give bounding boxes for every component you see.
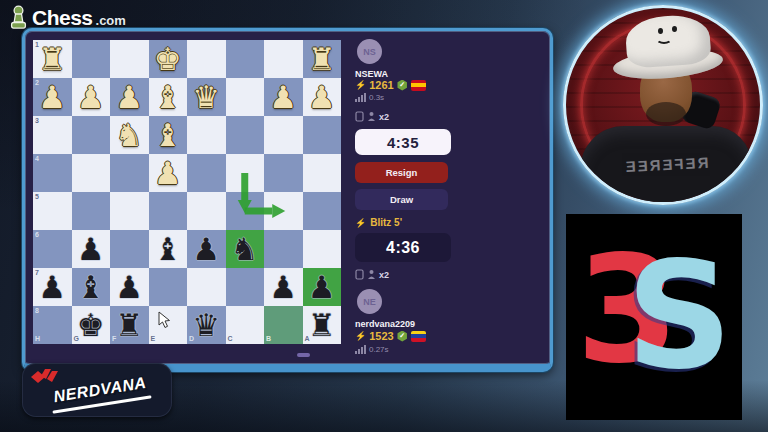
square-g5[interactable] bbox=[72, 192, 111, 230]
piece-white-queen-d2[interactable]: ♛ bbox=[187, 78, 226, 116]
square-c4[interactable] bbox=[226, 154, 265, 192]
square-a7[interactable]: ♟ bbox=[303, 268, 342, 306]
clock-bottom: 4:36 bbox=[355, 233, 451, 262]
file-label-c: C bbox=[228, 335, 233, 343]
square-d6[interactable]: ♟ bbox=[187, 230, 226, 268]
piece-white-king-e1[interactable]: ♚ bbox=[149, 40, 188, 78]
blitz-bolt-icon: ⚡ bbox=[355, 218, 366, 228]
square-b3[interactable] bbox=[264, 116, 303, 154]
square-e4[interactable]: ♟ bbox=[149, 154, 188, 192]
piece-black-bishop-e6[interactable]: ♝ bbox=[149, 230, 188, 268]
square-h6[interactable]: 6 bbox=[33, 230, 72, 268]
bottom-player-rating: 1523 bbox=[369, 330, 393, 342]
square-c1[interactable] bbox=[226, 40, 265, 78]
square-h7[interactable]: 7♟ bbox=[33, 268, 72, 306]
piece-white-bishop-e2[interactable]: ♝ bbox=[149, 78, 188, 116]
square-d1[interactable] bbox=[187, 40, 226, 78]
stream-stage: Chess .com 1♜♚♜2♟♟♟♝♛♟♟3♞♝4♟56♟♝♟♞7♟♝♟♟♟… bbox=[0, 0, 768, 432]
piece-black-knight-c6[interactable]: ♞ bbox=[226, 230, 265, 268]
square-a3[interactable] bbox=[303, 116, 342, 154]
verified-badge-icon: ✓ bbox=[397, 331, 408, 342]
logo-text: Chess bbox=[32, 6, 93, 30]
square-f6[interactable] bbox=[110, 230, 149, 268]
protection-count-bottom: x2 bbox=[379, 270, 389, 280]
square-e2[interactable]: ♝ bbox=[149, 78, 188, 116]
square-h5[interactable]: 5 bbox=[33, 192, 72, 230]
rank-label-5: 5 bbox=[35, 193, 39, 201]
piece-white-knight-f3[interactable]: ♞ bbox=[110, 116, 149, 154]
square-d8[interactable]: D♛ bbox=[187, 306, 226, 344]
square-e6[interactable]: ♝ bbox=[149, 230, 188, 268]
piece-white-pawn-f2[interactable]: ♟ bbox=[110, 78, 149, 116]
square-g6[interactable]: ♟ bbox=[72, 230, 111, 268]
square-b5[interactable] bbox=[264, 192, 303, 230]
piece-white-rook-a1[interactable]: ♜ bbox=[303, 40, 342, 78]
rank-label-6: 6 bbox=[35, 231, 39, 239]
top-player-rating: 1261 bbox=[369, 79, 393, 91]
piece-black-pawn-d6[interactable]: ♟ bbox=[187, 230, 226, 268]
square-f8[interactable]: F♜ bbox=[110, 306, 149, 344]
square-e5[interactable] bbox=[149, 192, 188, 230]
square-c2[interactable] bbox=[226, 78, 265, 116]
bottom-player-latency: 0.27s bbox=[369, 345, 389, 354]
avatar-top-player[interactable]: NS bbox=[357, 39, 382, 64]
spain-flag-icon bbox=[411, 80, 426, 91]
webcam-frame: REFEREE bbox=[563, 5, 763, 205]
logo-suffix-text: .com bbox=[96, 13, 126, 28]
square-c8[interactable]: C bbox=[226, 306, 265, 344]
piece-black-pawn-g6[interactable]: ♟ bbox=[72, 230, 111, 268]
square-d7[interactable] bbox=[187, 268, 226, 306]
piece-black-rook-a8[interactable]: ♜ bbox=[303, 306, 342, 344]
piece-black-queen-d8[interactable]: ♛ bbox=[187, 306, 226, 344]
square-a5[interactable] bbox=[303, 192, 342, 230]
piece-black-pawn-h7[interactable]: ♟ bbox=[33, 268, 72, 306]
file-label-e: E bbox=[151, 335, 156, 343]
square-g3[interactable] bbox=[72, 116, 111, 154]
square-f5[interactable] bbox=[110, 192, 149, 230]
square-f7[interactable]: ♟ bbox=[110, 268, 149, 306]
square-a8[interactable]: A♜ bbox=[303, 306, 342, 344]
threes-logo-s: S bbox=[626, 242, 733, 390]
square-g7[interactable]: ♝ bbox=[72, 268, 111, 306]
bolt-icon: ⚡ bbox=[355, 80, 366, 90]
square-g2[interactable]: ♟ bbox=[72, 78, 111, 116]
square-d2[interactable]: ♛ bbox=[187, 78, 226, 116]
square-b1[interactable] bbox=[264, 40, 303, 78]
square-d3[interactable] bbox=[187, 116, 226, 154]
chess-board: 1♜♚♜2♟♟♟♝♛♟♟3♞♝4♟56♟♝♟♞7♟♝♟♟♟8HG♚F♜ED♛CB… bbox=[33, 40, 341, 344]
top-player-name[interactable]: NSEWA bbox=[355, 69, 388, 79]
square-g4[interactable] bbox=[72, 154, 111, 192]
signal-bars-icon bbox=[355, 93, 366, 102]
piece-white-pawn-e4[interactable]: ♟ bbox=[149, 154, 188, 192]
venezuela-flag-icon bbox=[411, 331, 426, 342]
square-a1[interactable]: ♜ bbox=[303, 40, 342, 78]
time-control-label: Blitz 5' bbox=[370, 217, 402, 228]
clock-top: 4:35 bbox=[355, 129, 451, 155]
square-g1[interactable] bbox=[72, 40, 111, 78]
avatar-bottom-player[interactable]: NE bbox=[357, 289, 382, 314]
chess-app-window: 1♜♚♜2♟♟♟♝♛♟♟3♞♝4♟56♟♝♟♞7♟♝♟♟♟8HG♚F♜ED♛CB… bbox=[22, 28, 553, 372]
pawn-icon bbox=[8, 4, 29, 31]
square-f3[interactable]: ♞ bbox=[110, 116, 149, 154]
hourglass-icon bbox=[367, 269, 376, 280]
square-h4[interactable]: 4 bbox=[33, 154, 72, 192]
piece-white-pawn-h2[interactable]: ♟ bbox=[33, 78, 72, 116]
square-h8[interactable]: 8H bbox=[33, 306, 72, 344]
square-f4[interactable] bbox=[110, 154, 149, 192]
square-g8[interactable]: G♚ bbox=[72, 306, 111, 344]
device-icon bbox=[355, 111, 364, 122]
bottom-player-name[interactable]: nerdvana2209 bbox=[355, 319, 415, 329]
piece-black-king-g8[interactable]: ♚ bbox=[72, 306, 111, 344]
square-f2[interactable]: ♟ bbox=[110, 78, 149, 116]
smiley-mouth-icon bbox=[656, 34, 672, 44]
chesscom-logo[interactable]: Chess .com bbox=[8, 4, 126, 31]
square-d5[interactable] bbox=[187, 192, 226, 230]
top-player-latency: 0.3s bbox=[369, 93, 384, 102]
square-a2[interactable]: ♟ bbox=[303, 78, 342, 116]
square-c5[interactable] bbox=[226, 192, 265, 230]
square-e8[interactable]: E bbox=[149, 306, 188, 344]
hourglass-icon bbox=[367, 111, 376, 122]
piece-white-pawn-g2[interactable]: ♟ bbox=[72, 78, 111, 116]
square-e7[interactable] bbox=[149, 268, 188, 306]
square-h1[interactable]: 1♜ bbox=[33, 40, 72, 78]
piece-black-pawn-a7[interactable]: ♟ bbox=[303, 268, 342, 306]
signal-bars-icon bbox=[355, 345, 366, 354]
bolt-icon: ⚡ bbox=[355, 331, 366, 341]
resign-button[interactable]: Resign bbox=[355, 162, 448, 183]
threes-logo-panel: 3 S bbox=[566, 214, 742, 420]
file-label-h: H bbox=[35, 335, 40, 343]
square-b2[interactable]: ♟ bbox=[264, 78, 303, 116]
rank-label-4: 4 bbox=[35, 155, 39, 163]
piece-white-pawn-b2[interactable]: ♟ bbox=[264, 78, 303, 116]
verified-badge-icon: ✓ bbox=[397, 80, 408, 91]
square-c7[interactable] bbox=[226, 268, 265, 306]
square-b4[interactable] bbox=[264, 154, 303, 192]
square-e1[interactable]: ♚ bbox=[149, 40, 188, 78]
square-a4[interactable] bbox=[303, 154, 342, 192]
square-h3[interactable]: 3 bbox=[33, 116, 72, 154]
file-label-b: B bbox=[266, 335, 271, 343]
piece-black-pawn-b7[interactable]: ♟ bbox=[264, 268, 303, 306]
window-drag-handle[interactable] bbox=[297, 353, 310, 357]
square-b7[interactable]: ♟ bbox=[264, 268, 303, 306]
piece-black-rook-f8[interactable]: ♜ bbox=[110, 306, 149, 344]
square-b8[interactable]: B bbox=[264, 306, 303, 344]
piece-white-bishop-e3[interactable]: ♝ bbox=[149, 116, 188, 154]
square-h2[interactable]: 2♟ bbox=[33, 78, 72, 116]
piece-black-pawn-f7[interactable]: ♟ bbox=[110, 268, 149, 306]
rank-label-8: 8 bbox=[35, 307, 39, 315]
square-b6[interactable] bbox=[264, 230, 303, 268]
draw-button[interactable]: Draw bbox=[355, 189, 448, 210]
protection-count-top: x2 bbox=[379, 112, 389, 122]
streamer-beard bbox=[646, 102, 686, 126]
square-c3[interactable] bbox=[226, 116, 265, 154]
nerdvana-banner: NERDVANA bbox=[22, 363, 172, 417]
square-d4[interactable] bbox=[187, 154, 226, 192]
square-a6[interactable] bbox=[303, 230, 342, 268]
device-icon bbox=[355, 269, 364, 280]
square-e3[interactable]: ♝ bbox=[149, 116, 188, 154]
rank-label-3: 3 bbox=[35, 117, 39, 125]
smiley-eye-icon bbox=[672, 26, 677, 32]
square-c6[interactable]: ♞ bbox=[226, 230, 265, 268]
piece-white-pawn-a2[interactable]: ♟ bbox=[303, 78, 342, 116]
piece-black-bishop-g7[interactable]: ♝ bbox=[72, 268, 111, 306]
square-f1[interactable] bbox=[110, 40, 149, 78]
piece-white-rook-h1[interactable]: ♜ bbox=[33, 40, 72, 78]
